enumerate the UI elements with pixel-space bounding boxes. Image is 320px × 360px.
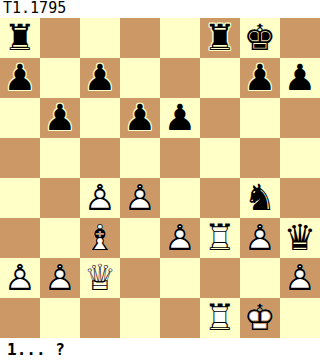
square-d3[interactable] xyxy=(120,218,160,258)
square-b3[interactable] xyxy=(40,218,80,258)
square-h5[interactable] xyxy=(280,138,320,178)
square-d4[interactable]: ♟♙ xyxy=(120,178,160,218)
piece-black-pawn[interactable]: ♟ xyxy=(240,58,280,98)
square-f4[interactable] xyxy=(200,178,240,218)
piece-white-rook[interactable]: ♖ xyxy=(200,218,240,258)
piece-black-rook[interactable]: ♜ xyxy=(0,18,40,58)
square-g3[interactable]: ♟♙ xyxy=(240,218,280,258)
puzzle-title: T1.1795 xyxy=(0,0,320,18)
square-h8[interactable] xyxy=(280,18,320,58)
square-a5[interactable] xyxy=(0,138,40,178)
piece-white-king[interactable]: ♔ xyxy=(240,298,280,338)
square-a3[interactable] xyxy=(0,218,40,258)
square-d1[interactable] xyxy=(120,298,160,338)
piece-white-pawn[interactable]: ♙ xyxy=(280,258,320,298)
square-g1[interactable]: ♚♔ xyxy=(240,298,280,338)
square-d5[interactable] xyxy=(120,138,160,178)
square-e7[interactable] xyxy=(160,58,200,98)
square-g5[interactable] xyxy=(240,138,280,178)
move-prompt: 1... ? xyxy=(0,338,320,360)
square-a1[interactable] xyxy=(0,298,40,338)
square-e5[interactable] xyxy=(160,138,200,178)
square-h7[interactable]: ♟ xyxy=(280,58,320,98)
square-e2[interactable] xyxy=(160,258,200,298)
square-b6[interactable]: ♟ xyxy=(40,98,80,138)
piece-white-pawn[interactable]: ♙ xyxy=(0,258,40,298)
square-c5[interactable] xyxy=(80,138,120,178)
piece-black-rook[interactable]: ♜ xyxy=(200,18,240,58)
piece-black-pawn[interactable]: ♟ xyxy=(280,58,320,98)
piece-black-pawn[interactable]: ♟ xyxy=(160,98,200,138)
square-f1[interactable]: ♜♖ xyxy=(200,298,240,338)
square-d7[interactable] xyxy=(120,58,160,98)
square-e6[interactable]: ♟ xyxy=(160,98,200,138)
piece-black-knight[interactable]: ♞ xyxy=(240,178,280,218)
square-a2[interactable]: ♟♙ xyxy=(0,258,40,298)
square-f3[interactable]: ♜♖ xyxy=(200,218,240,258)
square-h2[interactable]: ♟♙ xyxy=(280,258,320,298)
square-c8[interactable] xyxy=(80,18,120,58)
piece-black-pawn[interactable]: ♟ xyxy=(80,58,120,98)
piece-white-bishop[interactable]: ♗ xyxy=(80,218,120,258)
square-g2[interactable] xyxy=(240,258,280,298)
piece-white-pawn[interactable]: ♙ xyxy=(160,218,200,258)
square-h3[interactable]: ♛ xyxy=(280,218,320,258)
square-f7[interactable] xyxy=(200,58,240,98)
square-b1[interactable] xyxy=(40,298,80,338)
square-b5[interactable] xyxy=(40,138,80,178)
square-b2[interactable]: ♟♙ xyxy=(40,258,80,298)
square-c1[interactable] xyxy=(80,298,120,338)
square-f5[interactable] xyxy=(200,138,240,178)
piece-black-king[interactable]: ♚ xyxy=(240,18,280,58)
square-b7[interactable] xyxy=(40,58,80,98)
square-e8[interactable] xyxy=(160,18,200,58)
square-a8[interactable]: ♜ xyxy=(0,18,40,58)
square-c3[interactable]: ♝♗ xyxy=(80,218,120,258)
square-f6[interactable] xyxy=(200,98,240,138)
square-d8[interactable] xyxy=(120,18,160,58)
piece-white-pawn[interactable]: ♙ xyxy=(120,178,160,218)
square-a7[interactable]: ♟ xyxy=(0,58,40,98)
square-h1[interactable] xyxy=(280,298,320,338)
square-d6[interactable]: ♟ xyxy=(120,98,160,138)
piece-black-pawn[interactable]: ♟ xyxy=(40,98,80,138)
piece-white-pawn[interactable]: ♙ xyxy=(240,218,280,258)
square-c4[interactable]: ♟♙ xyxy=(80,178,120,218)
chess-board: ♜♜♚♟♟♟♟♟♟♟♟♙♟♙♞♝♗♟♙♜♖♟♙♛♟♙♟♙♛♕♟♙♜♖♚♔ xyxy=(0,18,320,338)
square-c2[interactable]: ♛♕ xyxy=(80,258,120,298)
square-e4[interactable] xyxy=(160,178,200,218)
square-g4[interactable]: ♞ xyxy=(240,178,280,218)
square-b8[interactable] xyxy=(40,18,80,58)
square-g8[interactable]: ♚ xyxy=(240,18,280,58)
piece-black-pawn[interactable]: ♟ xyxy=(120,98,160,138)
square-h4[interactable] xyxy=(280,178,320,218)
square-e3[interactable]: ♟♙ xyxy=(160,218,200,258)
piece-black-pawn[interactable]: ♟ xyxy=(0,58,40,98)
square-a4[interactable] xyxy=(0,178,40,218)
piece-white-rook[interactable]: ♖ xyxy=(200,298,240,338)
square-g7[interactable]: ♟ xyxy=(240,58,280,98)
square-h6[interactable] xyxy=(280,98,320,138)
square-d2[interactable] xyxy=(120,258,160,298)
piece-white-pawn[interactable]: ♙ xyxy=(80,178,120,218)
piece-white-pawn[interactable]: ♙ xyxy=(40,258,80,298)
square-f8[interactable]: ♜ xyxy=(200,18,240,58)
square-c6[interactable] xyxy=(80,98,120,138)
piece-black-queen[interactable]: ♛ xyxy=(280,218,320,258)
square-g6[interactable] xyxy=(240,98,280,138)
square-c7[interactable]: ♟ xyxy=(80,58,120,98)
square-e1[interactable] xyxy=(160,298,200,338)
square-a6[interactable] xyxy=(0,98,40,138)
square-b4[interactable] xyxy=(40,178,80,218)
piece-white-queen[interactable]: ♕ xyxy=(80,258,120,298)
square-f2[interactable] xyxy=(200,258,240,298)
